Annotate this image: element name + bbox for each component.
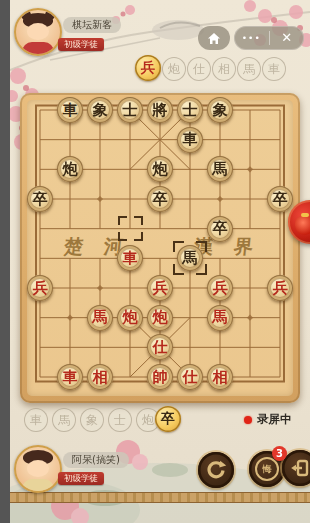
restart-button[interactable] [198, 452, 234, 488]
captured-slot-ghost: 象 [80, 408, 104, 432]
captured-slot-ghost: 仕 [187, 57, 211, 81]
board-piece-black[interactable]: 卒 [207, 216, 233, 242]
bottom-border-pattern [10, 492, 310, 503]
board-piece-red[interactable]: 兵 [147, 275, 173, 301]
board-piece-black[interactable]: 士 [177, 97, 203, 123]
more-button[interactable]: ••• [234, 26, 269, 50]
captured-slot-ghost: 車 [24, 408, 48, 432]
captured-slot-ghost: 士 [108, 408, 132, 432]
avatar-face [27, 23, 49, 40]
opponent-rank-badge: 初级学徒 [58, 38, 104, 51]
board-piece-red[interactable]: 兵 [267, 275, 293, 301]
player-rank-badge: 初级学徒 [58, 472, 104, 485]
undo-count-badge: 3 [272, 446, 287, 461]
board-piece-red[interactable]: 相 [207, 364, 233, 390]
board-piece-red[interactable]: 馬 [207, 305, 233, 331]
captured-slot-ghost: 相 [212, 57, 236, 81]
captured-slot-ghost: 馬 [237, 57, 261, 81]
wechat-capsule: ••• ✕ [234, 26, 304, 50]
captured-slot-ghost: 炮 [162, 57, 186, 81]
board-piece-black[interactable]: 卒 [267, 186, 293, 212]
avatar-face [27, 460, 49, 477]
board-piece-black[interactable]: 車 [177, 127, 203, 153]
board-piece-black[interactable]: 車 [57, 97, 83, 123]
captured-slot-ghost: 馬 [52, 408, 76, 432]
board-piece-black[interactable]: 卒 [147, 186, 173, 212]
avatar-clothes [22, 42, 54, 54]
undo-icon: 悔 [255, 457, 279, 481]
board-piece-red[interactable]: 炮 [147, 305, 173, 331]
home-button[interactable] [198, 26, 230, 50]
close-button[interactable]: ✕ [270, 26, 305, 50]
opponent-avatar[interactable] [14, 8, 62, 56]
restart-icon [205, 459, 227, 481]
player-name: 阿呆(搞笑) [63, 452, 129, 468]
exit-door-icon [290, 458, 310, 478]
board-piece-black[interactable]: 象 [87, 97, 113, 123]
home-icon [206, 31, 222, 46]
move-marker [118, 216, 143, 241]
captured-piece: 兵 [135, 55, 161, 81]
recording-indicator: 录屏中 [244, 412, 292, 427]
move-marker [173, 241, 207, 275]
board-piece-red[interactable]: 炮 [117, 305, 143, 331]
bag-tie [301, 213, 309, 217]
captured-slot-ghost: 車 [262, 57, 286, 81]
board-piece-black[interactable]: 將 [147, 97, 173, 123]
opponent-name: 棋坛新客 [63, 17, 121, 33]
player-avatar[interactable] [14, 445, 62, 493]
avatar-clothes [22, 479, 54, 491]
board-piece-black[interactable]: 士 [117, 97, 143, 123]
board-piece-red[interactable]: 兵 [27, 275, 53, 301]
board-piece-red[interactable]: 車 [57, 364, 83, 390]
captured-piece: 卒 [155, 406, 181, 432]
board-piece-red[interactable]: 兵 [207, 275, 233, 301]
board-piece-black[interactable]: 象 [207, 97, 233, 123]
board-piece-red[interactable]: 帥 [147, 364, 173, 390]
board-piece-red[interactable]: 仕 [177, 364, 203, 390]
board-piece-red[interactable]: 相 [87, 364, 113, 390]
app-screen: 棋坛新客 初级学徒 ••• ✕ 兵炮仕相馬車 車馬象士炮卒 楚 河 漢 界 車象… [10, 0, 310, 523]
record-dot-icon [244, 416, 252, 424]
recording-label: 录屏中 [257, 412, 292, 427]
board-piece-black[interactable]: 卒 [27, 186, 53, 212]
board-piece-red[interactable]: 馬 [87, 305, 113, 331]
lucky-bag-icon [295, 216, 310, 235]
